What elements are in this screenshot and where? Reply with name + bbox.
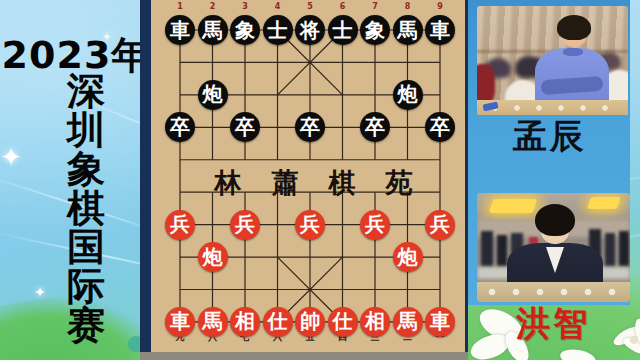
column-number-top: 4 [270,2,286,11]
piece-black-c7r1: 象 [360,15,390,45]
title-char: 圳 [67,111,105,150]
piece-black-c2r3: 炮 [198,80,228,110]
player-name-bottom: 洪智 [473,301,633,347]
piece-red-c5r7: 兵 [295,210,325,240]
crowd-person [619,231,629,267]
tournament-title-vertical: 深圳象棋国际赛 [56,72,116,345]
piece-black-c2r1: 馬 [198,15,228,45]
ceiling-light [489,199,538,213]
video-frame: ✦ ✦ ✦ ✦ 2023年 深圳象棋国际赛 123456789九八七六五四三二一… [0,0,640,360]
piece-red-c9r7: 兵 [425,210,455,240]
piece-red-c1r10: 車 [165,307,195,337]
column-number-top: 6 [335,2,351,11]
photo-hong-zhi [477,193,630,302]
column-number-top: 1 [172,2,188,11]
piece-red-c9r10: 車 [425,307,455,337]
piece-red-c2r10: 馬 [198,307,228,337]
board-bottom-shadow [140,352,468,360]
river-watermark-char: 棋 [325,165,359,201]
column-number-top: 5 [302,2,318,11]
shirt-collar [563,48,583,56]
title-char: 棋 [67,189,105,228]
river-watermark-char: 苑 [382,165,416,201]
piece-black-c9r1: 車 [425,15,455,45]
column-number-top: 8 [400,2,416,11]
piece-black-c1r1: 車 [165,15,195,45]
title-char: 赛 [67,306,105,345]
piece-black-c8r3: 炮 [393,80,423,110]
photo-meng-chen [477,6,628,115]
crowd-person [605,233,615,267]
title-char: 象 [67,150,105,189]
piece-red-c6r10: 仕 [328,307,358,337]
piece-red-c7r7: 兵 [360,210,390,240]
piece-red-c7r10: 相 [360,307,390,337]
xiangqi-pieces-blur [483,286,623,298]
piece-black-c4r1: 士 [263,15,293,45]
piece-black-c6r1: 士 [328,15,358,45]
xiangqi-pieces-blur [487,103,617,113]
column-number-top: 9 [432,2,448,11]
column-number-top: 2 [205,2,221,11]
column-number-top: 7 [367,2,383,11]
title-char: 国 [67,228,105,267]
board-grid [151,0,465,360]
column-number-top: 3 [237,2,253,11]
piece-red-c8r8: 炮 [393,242,423,272]
crowd-person [497,235,507,267]
title-char: 深 [67,72,105,111]
xiangqi-board-frame: 123456789九八七六五四三二一林蕭棋苑車馬象士将士象馬車炮炮卒卒卒卒卒兵兵… [140,0,468,360]
piece-red-c3r7: 兵 [230,210,260,240]
piece-red-c4r10: 仕 [263,307,293,337]
piece-black-c8r1: 馬 [393,15,423,45]
player-hair-fringe [560,20,588,29]
xiangqi-board: 123456789九八七六五四三二一林蕭棋苑車馬象士将士象馬車炮炮卒卒卒卒卒兵兵… [151,0,465,360]
player-hair-fringe [538,213,572,226]
piece-red-c5r10: 帥 [295,307,325,337]
river-watermark-char: 蕭 [268,165,302,201]
river-watermark-char: 林 [211,165,245,201]
piece-red-c3r10: 相 [230,307,260,337]
piece-black-c5r1: 将 [295,15,325,45]
piece-black-c3r1: 象 [230,15,260,45]
piece-red-c8r10: 馬 [393,307,423,337]
title-char: 际 [67,267,105,306]
piece-red-c1r7: 兵 [165,210,195,240]
piece-red-c2r8: 炮 [198,242,228,272]
ceiling-light [587,197,621,209]
sparkle-icon: ✦ [0,142,22,172]
crowd-person [481,231,493,267]
player-name-top: 孟辰 [470,114,630,160]
